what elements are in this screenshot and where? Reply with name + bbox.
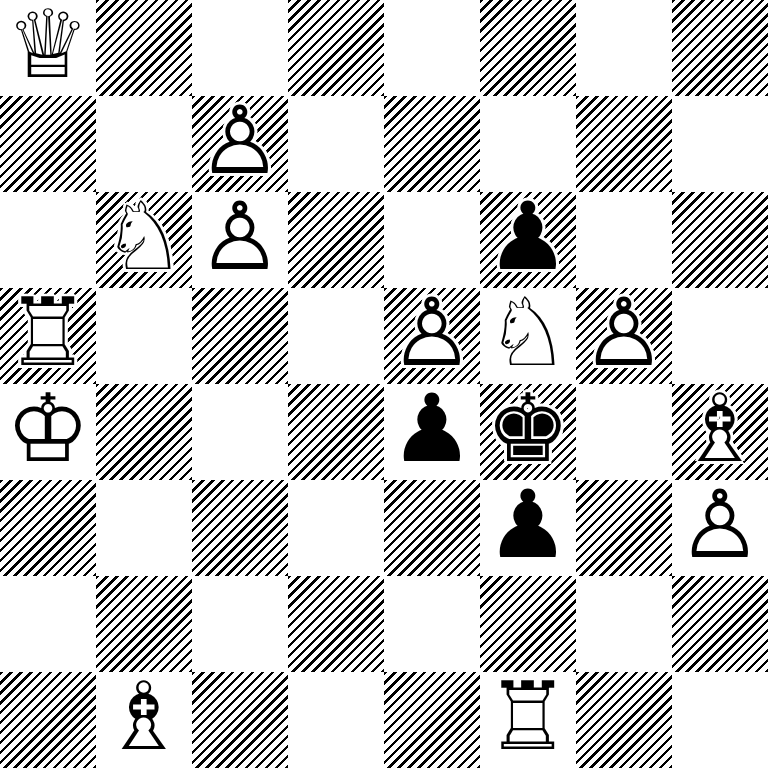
square-c1[interactable] xyxy=(192,672,288,768)
square-f5[interactable]: ♞♘ xyxy=(480,288,576,384)
square-g3[interactable] xyxy=(576,480,672,576)
square-d1[interactable] xyxy=(288,672,384,768)
piece-white-bishop[interactable]: ♝♗ xyxy=(96,672,192,768)
square-d8[interactable] xyxy=(288,0,384,96)
square-a7[interactable] xyxy=(0,96,96,192)
square-h2[interactable] xyxy=(672,576,768,672)
square-g5[interactable]: ♟♙ xyxy=(576,288,672,384)
square-c7[interactable]: ♟♙ xyxy=(192,96,288,192)
square-d2[interactable] xyxy=(288,576,384,672)
square-e1[interactable] xyxy=(384,672,480,768)
square-d5[interactable] xyxy=(288,288,384,384)
square-h1[interactable] xyxy=(672,672,768,768)
piece-white-bishop[interactable]: ♝♗ xyxy=(672,384,768,480)
piece-black-pawn[interactable]: ♟♟ xyxy=(384,384,480,480)
square-h5[interactable] xyxy=(672,288,768,384)
square-a5[interactable]: ♜♖ xyxy=(0,288,96,384)
square-e7[interactable] xyxy=(384,96,480,192)
white-pawn-icon: ♙ xyxy=(384,288,480,384)
square-e5[interactable]: ♟♙ xyxy=(384,288,480,384)
white-knight-icon: ♘ xyxy=(480,288,576,384)
white-rook-icon: ♖ xyxy=(0,288,96,384)
square-g1[interactable] xyxy=(576,672,672,768)
square-f3[interactable]: ♟♟ xyxy=(480,480,576,576)
square-c5[interactable] xyxy=(192,288,288,384)
square-a3[interactable] xyxy=(0,480,96,576)
piece-white-pawn[interactable]: ♟♙ xyxy=(576,288,672,384)
piece-white-pawn[interactable]: ♟♙ xyxy=(384,288,480,384)
square-f6[interactable]: ♟♟ xyxy=(480,192,576,288)
square-f2[interactable] xyxy=(480,576,576,672)
square-b5[interactable] xyxy=(96,288,192,384)
square-e8[interactable] xyxy=(384,0,480,96)
square-g2[interactable] xyxy=(576,576,672,672)
square-f4[interactable]: ♚♚ xyxy=(480,384,576,480)
black-pawn-icon: ♟ xyxy=(480,192,576,288)
square-b4[interactable] xyxy=(96,384,192,480)
black-king-icon: ♚ xyxy=(480,384,576,480)
square-b3[interactable] xyxy=(96,480,192,576)
square-g8[interactable] xyxy=(576,0,672,96)
square-h6[interactable] xyxy=(672,192,768,288)
piece-white-queen[interactable]: ♛♕ xyxy=(0,0,96,96)
square-f7[interactable] xyxy=(480,96,576,192)
white-pawn-icon: ♙ xyxy=(672,480,768,576)
square-c4[interactable] xyxy=(192,384,288,480)
square-h7[interactable] xyxy=(672,96,768,192)
black-pawn-icon: ♟ xyxy=(480,480,576,576)
white-bishop-icon: ♗ xyxy=(96,672,192,768)
square-h4[interactable]: ♝♗ xyxy=(672,384,768,480)
piece-white-pawn[interactable]: ♟♙ xyxy=(672,480,768,576)
square-e6[interactable] xyxy=(384,192,480,288)
piece-white-knight[interactable]: ♞♘ xyxy=(96,192,192,288)
square-c6[interactable]: ♟♙ xyxy=(192,192,288,288)
square-c8[interactable] xyxy=(192,0,288,96)
square-a2[interactable] xyxy=(0,576,96,672)
square-a1[interactable] xyxy=(0,672,96,768)
piece-black-pawn[interactable]: ♟♟ xyxy=(480,192,576,288)
square-b8[interactable] xyxy=(96,0,192,96)
square-d6[interactable] xyxy=(288,192,384,288)
black-pawn-icon: ♟ xyxy=(384,384,480,480)
white-queen-icon: ♕ xyxy=(0,0,96,96)
square-d7[interactable] xyxy=(288,96,384,192)
square-f1[interactable]: ♜♖ xyxy=(480,672,576,768)
square-d3[interactable] xyxy=(288,480,384,576)
square-c3[interactable] xyxy=(192,480,288,576)
piece-black-pawn[interactable]: ♟♟ xyxy=(480,480,576,576)
square-b7[interactable] xyxy=(96,96,192,192)
square-b6[interactable]: ♞♘ xyxy=(96,192,192,288)
piece-white-rook[interactable]: ♜♖ xyxy=(480,672,576,768)
piece-white-pawn[interactable]: ♟♙ xyxy=(192,192,288,288)
square-h8[interactable] xyxy=(672,0,768,96)
white-knight-icon: ♘ xyxy=(96,192,192,288)
square-h3[interactable]: ♟♙ xyxy=(672,480,768,576)
piece-white-king[interactable]: ♚♔ xyxy=(0,384,96,480)
piece-black-king[interactable]: ♚♚ xyxy=(480,384,576,480)
white-pawn-icon: ♙ xyxy=(576,288,672,384)
piece-white-pawn[interactable]: ♟♙ xyxy=(192,96,288,192)
square-e4[interactable]: ♟♟ xyxy=(384,384,480,480)
square-e2[interactable] xyxy=(384,576,480,672)
square-f8[interactable] xyxy=(480,0,576,96)
square-b1[interactable]: ♝♗ xyxy=(96,672,192,768)
white-bishop-icon: ♗ xyxy=(672,384,768,480)
white-king-icon: ♔ xyxy=(0,384,96,480)
piece-white-knight[interactable]: ♞♘ xyxy=(480,288,576,384)
square-a8[interactable]: ♛♕ xyxy=(0,0,96,96)
square-c2[interactable] xyxy=(192,576,288,672)
white-rook-icon: ♖ xyxy=(480,672,576,768)
white-pawn-icon: ♙ xyxy=(192,96,288,192)
piece-white-rook[interactable]: ♜♖ xyxy=(0,288,96,384)
square-g6[interactable] xyxy=(576,192,672,288)
square-d4[interactable] xyxy=(288,384,384,480)
white-pawn-icon: ♙ xyxy=(192,192,288,288)
chess-board: ♛♕♟♙♞♘♟♙♟♟♜♖♟♙♞♘♟♙♚♔♟♟♚♚♝♗♟♟♟♙♝♗♜♖ xyxy=(0,0,768,768)
square-a4[interactable]: ♚♔ xyxy=(0,384,96,480)
square-b2[interactable] xyxy=(96,576,192,672)
square-a6[interactable] xyxy=(0,192,96,288)
square-g4[interactable] xyxy=(576,384,672,480)
square-e3[interactable] xyxy=(384,480,480,576)
square-g7[interactable] xyxy=(576,96,672,192)
